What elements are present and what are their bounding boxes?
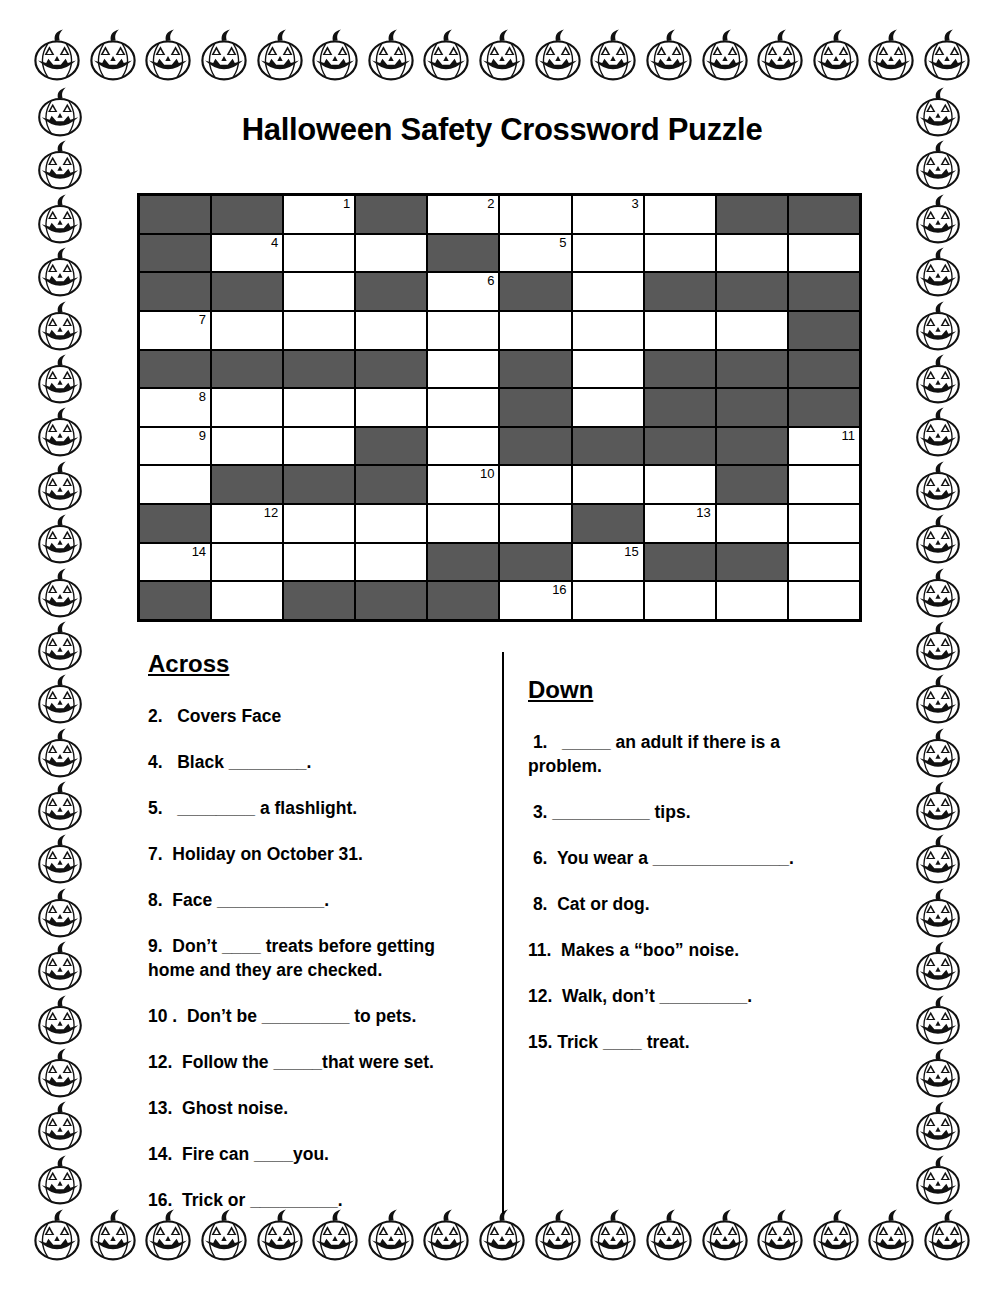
cell-r11c5	[427, 581, 499, 620]
cell-r1c10	[788, 195, 860, 234]
clue-number-13: 13	[696, 506, 710, 520]
cell-r5c7[interactable]	[572, 350, 644, 389]
clue-number-5: 5	[559, 236, 566, 250]
cell-r11c1	[139, 581, 211, 620]
jack-o-lantern-icon	[86, 1208, 140, 1262]
cell-r3c2	[211, 272, 283, 311]
jack-o-lantern-icon	[34, 246, 86, 298]
cell-r10c4[interactable]	[355, 543, 427, 582]
jack-o-lantern-icon	[912, 1154, 964, 1206]
cell-r10c9	[716, 543, 788, 582]
page-title: Halloween Safety Crossword Puzzle	[0, 111, 1004, 149]
jack-o-lantern-icon	[34, 300, 86, 352]
jack-o-lantern-icon	[86, 28, 140, 82]
cell-r3c4	[355, 272, 427, 311]
cell-r3c8	[644, 272, 716, 311]
cell-r4c5[interactable]	[427, 311, 499, 350]
jack-o-lantern-icon	[253, 28, 307, 82]
jack-o-lantern-icon	[912, 780, 964, 832]
down-clue-12: 12. Walk, don’t _________.	[528, 984, 873, 1008]
across-clue-16: 16. Trick or _________.	[148, 1188, 488, 1212]
cell-r9c7	[572, 504, 644, 543]
cell-r3c3[interactable]	[283, 272, 355, 311]
cell-r11c3	[283, 581, 355, 620]
cell-r6c5[interactable]	[427, 388, 499, 427]
jack-o-lantern-icon	[475, 28, 529, 82]
clue-number-11: 11	[841, 429, 855, 443]
jack-o-lantern-icon	[34, 620, 86, 672]
across-clue-9: 9. Don’t ____ treats before getting home…	[148, 934, 488, 982]
across-clue-5: 5. ________ a flashlight.	[148, 796, 488, 820]
cell-r5c5[interactable]	[427, 350, 499, 389]
clue-number-3: 3	[631, 197, 638, 211]
jack-o-lantern-icon	[912, 567, 964, 619]
cell-r2c3[interactable]	[283, 234, 355, 273]
jack-o-lantern-icon	[34, 887, 86, 939]
pumpkin-border-right	[912, 86, 966, 1206]
jack-o-lantern-icon	[912, 193, 964, 245]
cell-r6c7[interactable]	[572, 388, 644, 427]
jack-o-lantern-icon	[30, 28, 84, 82]
crossword-worksheet-page: Halloween Safety Crossword Puzzle 123456…	[0, 0, 1004, 1300]
clue-column-divider	[502, 652, 504, 1214]
across-clue-list: 2. Covers Face 4. Black ________. 5. ___…	[148, 704, 488, 1212]
cell-r3c10	[788, 272, 860, 311]
down-clue-6: 6. You wear a ______________.	[528, 846, 873, 870]
jack-o-lantern-icon	[753, 1208, 807, 1262]
jack-o-lantern-icon	[698, 28, 752, 82]
cell-r11c4	[355, 581, 427, 620]
cell-r1c9	[716, 195, 788, 234]
cell-r7c2[interactable]	[211, 427, 283, 466]
cell-r7c4	[355, 427, 427, 466]
clue-number-4: 4	[271, 236, 278, 250]
cell-r7c10[interactable]: 11	[788, 427, 860, 466]
cell-r10c6	[499, 543, 571, 582]
cell-r8c10[interactable]	[788, 465, 860, 504]
cell-r1c1	[139, 195, 211, 234]
cell-r5c6	[499, 350, 571, 389]
jack-o-lantern-icon	[419, 28, 473, 82]
cell-r5c10	[788, 350, 860, 389]
cell-r5c3	[283, 350, 355, 389]
jack-o-lantern-icon	[34, 193, 86, 245]
cell-r2c5	[427, 234, 499, 273]
jack-o-lantern-icon	[531, 28, 585, 82]
across-clue-section: Across 2. Covers Face 4. Black ________.…	[148, 650, 488, 1234]
jack-o-lantern-icon	[34, 1047, 86, 1099]
cell-r2c8[interactable]	[644, 234, 716, 273]
jack-o-lantern-icon	[912, 513, 964, 565]
cell-r9c2[interactable]: 12	[211, 504, 283, 543]
across-clue-12: 12. Follow the _____that were set.	[148, 1050, 488, 1074]
cell-r2c6[interactable]: 5	[499, 234, 571, 273]
down-clue-1: 1. _____ an adult if there is a problem.	[528, 730, 873, 778]
cell-r2c7[interactable]	[572, 234, 644, 273]
cell-r10c8	[644, 543, 716, 582]
across-clue-2: 2. Covers Face	[148, 704, 488, 728]
cell-r7c7	[572, 427, 644, 466]
pumpkin-border-left	[34, 86, 88, 1206]
jack-o-lantern-icon	[364, 28, 418, 82]
jack-o-lantern-icon	[34, 833, 86, 885]
down-clue-list: 1. _____ an adult if there is a problem.…	[528, 730, 873, 1054]
cell-r8c3	[283, 465, 355, 504]
jack-o-lantern-icon	[912, 1100, 964, 1152]
cell-r11c9[interactable]	[716, 581, 788, 620]
cell-r6c2[interactable]	[211, 388, 283, 427]
cell-r5c1	[139, 350, 211, 389]
jack-o-lantern-icon	[864, 28, 918, 82]
cell-r6c6	[499, 388, 571, 427]
jack-o-lantern-icon	[864, 1208, 918, 1262]
cell-r8c8[interactable]	[644, 465, 716, 504]
cell-r11c2[interactable]	[211, 581, 283, 620]
cell-r8c7[interactable]	[572, 465, 644, 504]
cell-r9c6[interactable]	[499, 504, 571, 543]
cell-r11c7[interactable]	[572, 581, 644, 620]
clue-number-16: 16	[552, 583, 566, 597]
cell-r5c2	[211, 350, 283, 389]
cell-r1c8[interactable]	[644, 195, 716, 234]
cell-r10c7[interactable]: 15	[572, 543, 644, 582]
jack-o-lantern-icon	[912, 727, 964, 779]
jack-o-lantern-icon	[912, 940, 964, 992]
cell-r1c2	[211, 195, 283, 234]
across-clue-7: 7. Holiday on October 31.	[148, 842, 488, 866]
cell-r10c5	[427, 543, 499, 582]
cell-r1c4	[355, 195, 427, 234]
clue-number-14: 14	[192, 545, 206, 559]
cell-r5c4	[355, 350, 427, 389]
cell-r6c3[interactable]	[283, 388, 355, 427]
across-clue-13: 13. Ghost noise.	[148, 1096, 488, 1120]
jack-o-lantern-icon	[920, 28, 974, 82]
cell-r1c3[interactable]: 1	[283, 195, 355, 234]
jack-o-lantern-icon	[141, 28, 195, 82]
cell-r3c9	[716, 272, 788, 311]
jack-o-lantern-icon	[698, 1208, 752, 1262]
clue-number-10: 10	[480, 467, 494, 481]
cell-r2c10[interactable]	[788, 234, 860, 273]
jack-o-lantern-icon	[912, 353, 964, 405]
jack-o-lantern-icon	[34, 940, 86, 992]
down-clue-11: 11. Makes a “boo” noise.	[528, 938, 873, 962]
cell-r2c9[interactable]	[716, 234, 788, 273]
cell-r4c9[interactable]	[716, 311, 788, 350]
jack-o-lantern-icon	[34, 406, 86, 458]
cell-r9c1	[139, 504, 211, 543]
cell-r1c6[interactable]	[499, 195, 571, 234]
cell-r9c10[interactable]	[788, 504, 860, 543]
clue-number-12: 12	[264, 506, 278, 520]
jack-o-lantern-icon	[34, 353, 86, 405]
cell-r3c7[interactable]	[572, 272, 644, 311]
clue-number-15: 15	[624, 545, 638, 559]
across-clue-4: 4. Black ________.	[148, 750, 488, 774]
jack-o-lantern-icon	[912, 1047, 964, 1099]
across-clue-8: 8. Face ___________.	[148, 888, 488, 912]
jack-o-lantern-icon	[809, 1208, 863, 1262]
jack-o-lantern-icon	[912, 620, 964, 672]
jack-o-lantern-icon	[912, 673, 964, 725]
crossword-grid: 12345678911101213141516	[137, 193, 862, 622]
cell-r9c3[interactable]	[283, 504, 355, 543]
cell-r8c2	[211, 465, 283, 504]
jack-o-lantern-icon	[34, 567, 86, 619]
jack-o-lantern-icon	[586, 1208, 640, 1262]
jack-o-lantern-icon	[197, 28, 251, 82]
jack-o-lantern-icon	[34, 1100, 86, 1152]
cell-r4c4[interactable]	[355, 311, 427, 350]
cell-r7c8	[644, 427, 716, 466]
cell-r5c9	[716, 350, 788, 389]
jack-o-lantern-icon	[34, 460, 86, 512]
jack-o-lantern-icon	[912, 460, 964, 512]
cell-r7c9	[716, 427, 788, 466]
jack-o-lantern-icon	[34, 673, 86, 725]
clue-number-6: 6	[487, 274, 494, 288]
cell-r10c3[interactable]	[283, 543, 355, 582]
cell-r3c6	[499, 272, 571, 311]
cell-r4c2[interactable]	[211, 311, 283, 350]
cell-r2c4[interactable]	[355, 234, 427, 273]
down-clue-15: 15. Trick ____ treat.	[528, 1030, 873, 1054]
cell-r3c5[interactable]: 6	[427, 272, 499, 311]
cell-r7c5[interactable]	[427, 427, 499, 466]
jack-o-lantern-icon	[920, 1208, 974, 1262]
cell-r6c1[interactable]: 8	[139, 388, 211, 427]
cell-r6c9	[716, 388, 788, 427]
cell-r10c1[interactable]: 14	[139, 543, 211, 582]
jack-o-lantern-icon	[586, 28, 640, 82]
jack-o-lantern-icon	[912, 246, 964, 298]
cell-r8c1[interactable]	[139, 465, 211, 504]
cell-r8c9	[716, 465, 788, 504]
cell-r8c5[interactable]: 10	[427, 465, 499, 504]
cell-r1c5[interactable]: 2	[427, 195, 499, 234]
cell-r4c8[interactable]	[644, 311, 716, 350]
jack-o-lantern-icon	[34, 780, 86, 832]
cell-r9c5[interactable]	[427, 504, 499, 543]
jack-o-lantern-icon	[531, 1208, 585, 1262]
clue-number-1: 1	[343, 197, 350, 211]
jack-o-lantern-icon	[642, 1208, 696, 1262]
jack-o-lantern-icon	[912, 994, 964, 1046]
cell-r10c10[interactable]	[788, 543, 860, 582]
jack-o-lantern-icon	[30, 1208, 84, 1262]
down-heading: Down	[528, 676, 873, 704]
cell-r8c4	[355, 465, 427, 504]
cell-r6c4[interactable]	[355, 388, 427, 427]
cell-r1c7[interactable]: 3	[572, 195, 644, 234]
cell-r5c8	[644, 350, 716, 389]
cell-r2c2[interactable]: 4	[211, 234, 283, 273]
jack-o-lantern-icon	[34, 1154, 86, 1206]
cell-r10c2[interactable]	[211, 543, 283, 582]
cell-r9c8[interactable]: 13	[644, 504, 716, 543]
across-heading: Across	[148, 650, 488, 678]
cell-r4c3[interactable]	[283, 311, 355, 350]
cell-r11c10[interactable]	[788, 581, 860, 620]
clue-number-2: 2	[487, 197, 494, 211]
jack-o-lantern-icon	[753, 28, 807, 82]
cell-r7c1[interactable]: 9	[139, 427, 211, 466]
jack-o-lantern-icon	[34, 727, 86, 779]
cell-r4c10	[788, 311, 860, 350]
jack-o-lantern-icon	[912, 887, 964, 939]
across-clue-14: 14. Fire can ____you.	[148, 1142, 488, 1166]
pumpkin-border-top	[30, 28, 974, 84]
cell-r2c1	[139, 234, 211, 273]
jack-o-lantern-icon	[912, 406, 964, 458]
across-clue-10: 10 . Don’t be _________ to pets.	[148, 1004, 488, 1028]
jack-o-lantern-icon	[34, 513, 86, 565]
cell-r6c8	[644, 388, 716, 427]
jack-o-lantern-icon	[34, 994, 86, 1046]
jack-o-lantern-icon	[809, 28, 863, 82]
cell-r6c10	[788, 388, 860, 427]
clue-number-9: 9	[199, 429, 206, 443]
jack-o-lantern-icon	[308, 28, 362, 82]
cell-r8c6[interactable]	[499, 465, 571, 504]
down-clue-8: 8. Cat or dog.	[528, 892, 873, 916]
jack-o-lantern-icon	[642, 28, 696, 82]
down-clue-section: Down 1. _____ an adult if there is a pro…	[528, 676, 873, 1076]
cell-r4c6[interactable]	[499, 311, 571, 350]
jack-o-lantern-icon	[912, 833, 964, 885]
cell-r7c6	[499, 427, 571, 466]
cell-r9c9[interactable]	[716, 504, 788, 543]
down-clue-3: 3. __________ tips.	[528, 800, 873, 824]
cell-r9c4[interactable]	[355, 504, 427, 543]
clue-number-7: 7	[199, 313, 206, 327]
cell-r11c8[interactable]	[644, 581, 716, 620]
cell-r11c6[interactable]: 16	[499, 581, 571, 620]
cell-r4c1[interactable]: 7	[139, 311, 211, 350]
jack-o-lantern-icon	[912, 300, 964, 352]
cell-r3c1	[139, 272, 211, 311]
clue-number-8: 8	[199, 390, 206, 404]
cell-r4c7[interactable]	[572, 311, 644, 350]
cell-r7c3[interactable]	[283, 427, 355, 466]
